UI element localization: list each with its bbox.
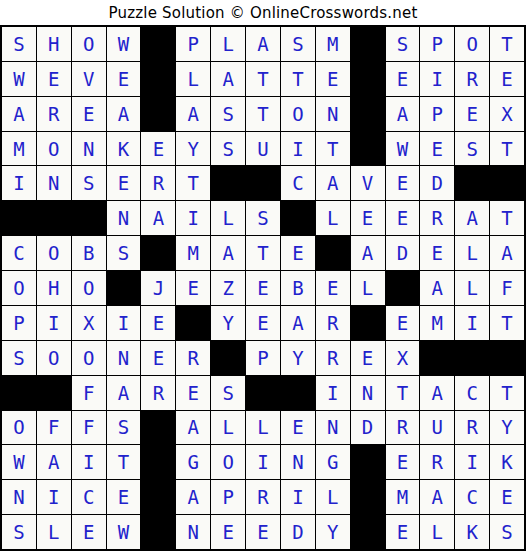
- grid-cell: L: [316, 480, 350, 514]
- grid-cell: O: [72, 27, 106, 61]
- grid-cell: E: [351, 201, 385, 235]
- grid-cell: X: [490, 97, 524, 131]
- black-cell: [141, 236, 175, 270]
- grid-cell: L: [211, 411, 245, 445]
- grid-cell: M: [316, 27, 350, 61]
- grid-cell: O: [37, 341, 71, 375]
- grid-cell: A: [490, 236, 524, 270]
- grid-cell: T: [490, 376, 524, 410]
- grid-cell: S: [107, 411, 141, 445]
- grid-cell: E: [455, 97, 489, 131]
- grid-cell: H: [37, 271, 71, 305]
- grid-cell: E: [107, 166, 141, 200]
- grid-cell: G: [316, 445, 350, 479]
- black-cell: [72, 201, 106, 235]
- grid-cell: A: [141, 201, 175, 235]
- grid-cell: B: [281, 271, 315, 305]
- grid-cell: E: [141, 306, 175, 340]
- grid-cell: T: [490, 201, 524, 235]
- grid-cell: P: [420, 97, 454, 131]
- grid-cell: T: [490, 27, 524, 61]
- grid-cell: T: [386, 376, 420, 410]
- grid-cell: R: [455, 62, 489, 96]
- grid-cell: Y: [490, 411, 524, 445]
- grid-cell: X: [386, 341, 420, 375]
- grid-cell: E: [141, 341, 175, 375]
- grid-cell: A: [211, 62, 245, 96]
- grid-cell: T: [246, 62, 280, 96]
- grid-cell: Y: [176, 132, 210, 166]
- grid-cell: A: [176, 97, 210, 131]
- grid-cell: O: [37, 132, 71, 166]
- grid-cell: N: [107, 341, 141, 375]
- black-cell: [281, 201, 315, 235]
- grid-cell: S: [211, 97, 245, 131]
- grid-cell: I: [281, 480, 315, 514]
- black-cell: [351, 515, 385, 549]
- grid-cell: S: [386, 27, 420, 61]
- black-cell: [37, 201, 71, 235]
- grid-cell: E: [72, 97, 106, 131]
- black-cell: [2, 376, 36, 410]
- grid-cell: H: [37, 27, 71, 61]
- grid-cell: D: [281, 515, 315, 549]
- grid-cell: W: [2, 62, 36, 96]
- grid-cell: R: [141, 166, 175, 200]
- grid-cell: N: [351, 376, 385, 410]
- grid-cell: L: [211, 201, 245, 235]
- black-cell: [141, 97, 175, 131]
- grid-cell: E: [420, 132, 454, 166]
- black-cell: [211, 341, 245, 375]
- grid-cell: N: [176, 515, 210, 549]
- grid-cell: U: [246, 132, 280, 166]
- grid-cell: R: [420, 445, 454, 479]
- grid-cell: K: [107, 132, 141, 166]
- grid-cell: O: [37, 236, 71, 270]
- grid-cell: M: [420, 306, 454, 340]
- grid-cell: A: [176, 480, 210, 514]
- grid-cell: W: [2, 445, 36, 479]
- grid-cell: O: [281, 97, 315, 131]
- grid-cell: N: [281, 445, 315, 479]
- grid-cell: A: [281, 306, 315, 340]
- grid-cell: T: [490, 132, 524, 166]
- grid-cell: A: [316, 166, 350, 200]
- black-cell: [420, 341, 454, 375]
- grid-cell: D: [386, 236, 420, 270]
- black-cell: [141, 62, 175, 96]
- grid-cell: D: [420, 166, 454, 200]
- grid-cell: N: [316, 411, 350, 445]
- grid-cell: E: [386, 166, 420, 200]
- grid-cell: O: [211, 445, 245, 479]
- grid-cell: E: [386, 445, 420, 479]
- black-cell: [176, 306, 210, 340]
- grid-cell: L: [176, 62, 210, 96]
- grid-cell: C: [72, 480, 106, 514]
- black-cell: [455, 341, 489, 375]
- grid-cell: M: [2, 132, 36, 166]
- grid-cell: E: [420, 236, 454, 270]
- black-cell: [351, 132, 385, 166]
- grid-cell: Y: [281, 341, 315, 375]
- grid-cell: P: [246, 341, 280, 375]
- grid-cell: S: [246, 201, 280, 235]
- black-cell: [246, 376, 280, 410]
- black-cell: [455, 166, 489, 200]
- grid-cell: P: [176, 27, 210, 61]
- grid-cell: A: [211, 236, 245, 270]
- grid-cell: A: [455, 201, 489, 235]
- black-cell: [351, 27, 385, 61]
- grid-cell: C: [281, 166, 315, 200]
- grid-cell: O: [455, 27, 489, 61]
- grid-cell: Z: [211, 271, 245, 305]
- grid-cell: S: [2, 341, 36, 375]
- grid-cell: W: [386, 132, 420, 166]
- grid-cell: R: [420, 201, 454, 235]
- grid-cell: E: [281, 236, 315, 270]
- grid-cell: E: [281, 411, 315, 445]
- grid-cell: I: [37, 306, 71, 340]
- grid-cell: O: [72, 271, 106, 305]
- grid-cell: F: [37, 411, 71, 445]
- grid-cell: S: [490, 515, 524, 549]
- grid-cell: Y: [316, 515, 350, 549]
- grid-cell: P: [211, 480, 245, 514]
- grid-cell: E: [107, 62, 141, 96]
- grid-cell: K: [455, 515, 489, 549]
- black-cell: [316, 236, 350, 270]
- grid-cell: A: [107, 97, 141, 131]
- grid-cell: N: [37, 166, 71, 200]
- black-cell: [246, 166, 280, 200]
- grid-cell: S: [2, 515, 36, 549]
- grid-cell: T: [246, 97, 280, 131]
- black-cell: [351, 480, 385, 514]
- grid-cell: E: [351, 341, 385, 375]
- black-cell: [141, 27, 175, 61]
- grid-cell: E: [386, 306, 420, 340]
- grid-cell: C: [2, 236, 36, 270]
- grid-cell: E: [176, 376, 210, 410]
- grid-cell: A: [2, 97, 36, 131]
- page-title: Puzzle Solution © OnlineCrosswords.net: [0, 0, 526, 25]
- grid-cell: O: [2, 271, 36, 305]
- grid-cell: F: [490, 271, 524, 305]
- grid-cell: O: [72, 341, 106, 375]
- grid-cell: N: [72, 132, 106, 166]
- grid-cell: S: [2, 27, 36, 61]
- grid-cell: A: [351, 236, 385, 270]
- grid-cell: E: [211, 515, 245, 549]
- grid-cell: S: [455, 132, 489, 166]
- grid-cell: K: [490, 445, 524, 479]
- grid-cell: A: [176, 411, 210, 445]
- grid-cell: S: [107, 236, 141, 270]
- black-cell: [141, 515, 175, 549]
- grid-cell: C: [455, 480, 489, 514]
- grid-cell: A: [420, 376, 454, 410]
- grid-cell: I: [281, 132, 315, 166]
- grid-cell: R: [37, 97, 71, 131]
- grid-cell: P: [420, 27, 454, 61]
- crossword-grid: SHOWPLASMSPOTWEVELATTEEIREAREAASTONAPEXM…: [0, 25, 526, 551]
- black-cell: [141, 445, 175, 479]
- grid-cell: E: [490, 62, 524, 96]
- grid-cell: I: [2, 166, 36, 200]
- grid-cell: E: [316, 271, 350, 305]
- grid-cell: S: [281, 27, 315, 61]
- black-cell: [490, 166, 524, 200]
- grid-cell: I: [37, 480, 71, 514]
- grid-cell: A: [37, 445, 71, 479]
- grid-cell: R: [316, 306, 350, 340]
- grid-cell: S: [211, 132, 245, 166]
- grid-cell: O: [2, 411, 36, 445]
- grid-cell: F: [72, 376, 106, 410]
- grid-cell: L: [37, 515, 71, 549]
- grid-cell: Y: [211, 306, 245, 340]
- grid-cell: R: [316, 341, 350, 375]
- grid-cell: R: [246, 480, 280, 514]
- grid-cell: I: [246, 445, 280, 479]
- grid-cell: E: [386, 201, 420, 235]
- grid-cell: T: [246, 236, 280, 270]
- grid-cell: C: [455, 376, 489, 410]
- grid-cell: E: [386, 515, 420, 549]
- grid-cell: E: [141, 132, 175, 166]
- grid-cell: E: [246, 306, 280, 340]
- grid-cell: I: [455, 445, 489, 479]
- black-cell: [351, 62, 385, 96]
- grid-cell: I: [107, 306, 141, 340]
- grid-cell: S: [211, 376, 245, 410]
- black-cell: [281, 376, 315, 410]
- grid-cell: E: [386, 62, 420, 96]
- black-cell: [351, 97, 385, 131]
- grid-cell: E: [176, 271, 210, 305]
- grid-cell: F: [72, 411, 106, 445]
- black-cell: [351, 445, 385, 479]
- grid-cell: I: [176, 201, 210, 235]
- black-cell: [351, 306, 385, 340]
- grid-cell: M: [386, 480, 420, 514]
- grid-cell: E: [246, 515, 280, 549]
- grid-cell: A: [107, 376, 141, 410]
- black-cell: [2, 201, 36, 235]
- grid-cell: S: [72, 166, 106, 200]
- grid-cell: L: [316, 201, 350, 235]
- black-cell: [211, 166, 245, 200]
- grid-cell: L: [420, 515, 454, 549]
- black-cell: [141, 480, 175, 514]
- grid-cell: T: [176, 166, 210, 200]
- grid-cell: V: [72, 62, 106, 96]
- grid-cell: L: [455, 236, 489, 270]
- grid-cell: I: [420, 62, 454, 96]
- grid-cell: I: [72, 445, 106, 479]
- grid-cell: N: [316, 97, 350, 131]
- grid-cell: P: [2, 306, 36, 340]
- grid-cell: R: [141, 376, 175, 410]
- grid-cell: X: [72, 306, 106, 340]
- grid-cell: N: [2, 480, 36, 514]
- grid-cell: T: [107, 445, 141, 479]
- grid-cell: E: [37, 62, 71, 96]
- grid-cell: R: [176, 341, 210, 375]
- grid-cell: A: [420, 271, 454, 305]
- grid-cell: E: [107, 480, 141, 514]
- grid-cell: E: [490, 480, 524, 514]
- grid-cell: G: [176, 445, 210, 479]
- black-cell: [107, 271, 141, 305]
- grid-cell: R: [386, 411, 420, 445]
- grid-cell: I: [316, 376, 350, 410]
- grid-cell: W: [107, 27, 141, 61]
- grid-cell: T: [281, 62, 315, 96]
- grid-cell: A: [246, 27, 280, 61]
- grid-cell: D: [351, 411, 385, 445]
- grid-cell: A: [420, 480, 454, 514]
- grid-cell: U: [420, 411, 454, 445]
- grid-cell: N: [107, 201, 141, 235]
- black-cell: [37, 376, 71, 410]
- grid-cell: I: [455, 306, 489, 340]
- grid-cell: J: [141, 271, 175, 305]
- grid-cell: T: [316, 132, 350, 166]
- puzzle-solution-page: Puzzle Solution © OnlineCrosswords.net S…: [0, 0, 526, 551]
- grid-cell: B: [72, 236, 106, 270]
- grid-cell: L: [351, 271, 385, 305]
- grid-cell: V: [351, 166, 385, 200]
- grid-cell: M: [176, 236, 210, 270]
- grid-cell: R: [455, 411, 489, 445]
- grid-cell: E: [72, 515, 106, 549]
- grid-cell: W: [107, 515, 141, 549]
- black-cell: [490, 341, 524, 375]
- grid-cell: T: [490, 306, 524, 340]
- grid-cell: A: [386, 97, 420, 131]
- black-cell: [386, 271, 420, 305]
- grid-cell: E: [316, 62, 350, 96]
- grid-cell: L: [246, 411, 280, 445]
- grid-cell: E: [246, 271, 280, 305]
- black-cell: [141, 411, 175, 445]
- grid-cell: L: [211, 27, 245, 61]
- grid-cell: L: [455, 271, 489, 305]
